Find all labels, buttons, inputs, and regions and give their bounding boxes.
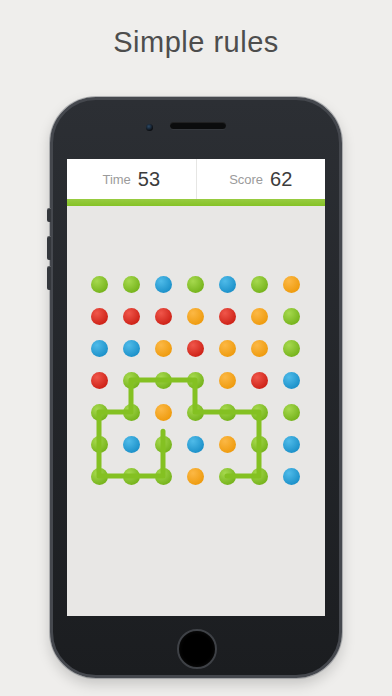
board-cell [83,428,115,460]
dot-orange[interactable] [219,340,236,357]
board-cell [275,332,307,364]
board-cell [83,332,115,364]
board-cell [275,396,307,428]
dot-red[interactable] [219,308,236,325]
board-cell [179,460,211,492]
board-cell [83,268,115,300]
dot-orange[interactable] [283,276,300,293]
dot-green[interactable] [91,436,108,453]
volume-down-button [47,266,51,290]
board-cell [115,300,147,332]
mute-switch [47,208,51,222]
board-cell [243,268,275,300]
dot-orange[interactable] [219,436,236,453]
dot-orange[interactable] [219,372,236,389]
dot-red[interactable] [155,308,172,325]
dot-red[interactable] [91,308,108,325]
board-cell [179,300,211,332]
phone-frame: Time 53 Score 62 [50,97,342,678]
board-cell [211,428,243,460]
dot-green[interactable] [251,276,268,293]
dots-grid [83,268,307,492]
score-label: Score [229,172,263,187]
board-cell [147,364,179,396]
game-board [67,206,325,616]
dot-blue[interactable] [155,276,172,293]
volume-up-button [47,236,51,260]
dot-blue[interactable] [283,372,300,389]
dot-green[interactable] [123,404,140,421]
board-cell [243,460,275,492]
front-camera-icon [146,124,153,131]
dot-green[interactable] [187,372,204,389]
dot-orange[interactable] [187,308,204,325]
dot-green[interactable] [155,372,172,389]
dot-blue[interactable] [283,436,300,453]
dot-green[interactable] [283,404,300,421]
dot-green[interactable] [251,404,268,421]
dot-green[interactable] [123,276,140,293]
dot-orange[interactable] [251,340,268,357]
board-cell [115,268,147,300]
board-cell [115,460,147,492]
board-cell [275,268,307,300]
dot-orange[interactable] [155,404,172,421]
dot-red[interactable] [91,372,108,389]
dot-orange[interactable] [155,340,172,357]
hud-score: Score 62 [197,159,326,199]
home-button [177,629,217,669]
board-cell [115,396,147,428]
board-cell [147,268,179,300]
board-cell [211,364,243,396]
board-cell [243,428,275,460]
board-cell [243,364,275,396]
board-cell [243,300,275,332]
board-cell [211,300,243,332]
dot-green[interactable] [91,276,108,293]
dot-blue[interactable] [187,436,204,453]
time-label: Time [102,172,130,187]
board-cell [211,460,243,492]
dot-green[interactable] [251,468,268,485]
dot-green[interactable] [219,468,236,485]
board-cell [211,396,243,428]
board-cell [179,268,211,300]
dot-orange[interactable] [251,308,268,325]
board-cell [243,332,275,364]
board-cell [179,428,211,460]
dot-green[interactable] [155,436,172,453]
dot-green[interactable] [91,468,108,485]
board-cell [147,332,179,364]
board-cell [83,364,115,396]
board-cell [83,460,115,492]
dot-green[interactable] [155,468,172,485]
dot-green[interactable] [283,308,300,325]
board-cell [275,300,307,332]
page-title: Simple rules [0,26,392,59]
accent-bar [67,199,325,206]
board-cell [147,460,179,492]
hud-time: Time 53 [67,159,196,199]
board-cell [115,364,147,396]
dot-green[interactable] [123,372,140,389]
dot-green[interactable] [219,404,236,421]
time-value: 53 [138,168,160,191]
speaker-grille-icon [170,122,226,129]
dot-green[interactable] [283,340,300,357]
dot-green[interactable] [91,404,108,421]
board-cell [179,396,211,428]
board-cell [83,300,115,332]
dot-green[interactable] [187,276,204,293]
board-cell [275,364,307,396]
board-cell [147,428,179,460]
phone-screen: Time 53 Score 62 [67,159,325,616]
board-cell [211,332,243,364]
dot-blue[interactable] [91,340,108,357]
board-cell [179,332,211,364]
dot-blue[interactable] [283,468,300,485]
dot-blue[interactable] [123,340,140,357]
board-cell [211,268,243,300]
dot-blue[interactable] [123,436,140,453]
board-cell [179,364,211,396]
dot-blue[interactable] [219,276,236,293]
board-cell [275,460,307,492]
score-value: 62 [270,168,292,191]
board-cell [147,396,179,428]
board-cell [275,428,307,460]
dot-green[interactable] [123,468,140,485]
board-cell [147,300,179,332]
dot-red[interactable] [123,308,140,325]
dot-orange[interactable] [187,468,204,485]
board-cell [115,428,147,460]
dot-green[interactable] [251,436,268,453]
hud-bar: Time 53 Score 62 [67,159,325,199]
dot-red[interactable] [251,372,268,389]
dot-green[interactable] [187,404,204,421]
board-cell [243,396,275,428]
board-cell [83,396,115,428]
board-cell [115,332,147,364]
dot-red[interactable] [187,340,204,357]
